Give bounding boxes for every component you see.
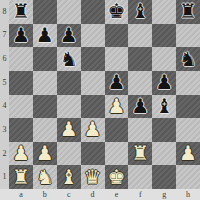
piece-white-pawn[interactable]: ♟ (36, 142, 54, 165)
square-b5[interactable] (33, 71, 57, 95)
square-g8[interactable] (152, 0, 176, 24)
square-b8[interactable] (33, 0, 57, 24)
square-a1[interactable]: ♜ (9, 165, 33, 189)
square-b6[interactable] (33, 47, 57, 71)
square-b3[interactable] (33, 118, 57, 142)
square-a5[interactable] (9, 71, 33, 95)
piece-white-pawn[interactable]: ♟ (179, 142, 197, 165)
square-h7[interactable] (176, 24, 200, 48)
square-d6[interactable] (81, 47, 105, 71)
square-a6[interactable] (9, 47, 33, 71)
corner-spacer (0, 189, 9, 200)
rank-label-6: 6 (0, 47, 9, 71)
square-g7[interactable] (152, 24, 176, 48)
square-e5[interactable]: ♟ (105, 71, 129, 95)
rank-label-2: 2 (0, 142, 9, 166)
rank-label-1: 1 (0, 165, 9, 189)
square-d5[interactable] (81, 71, 105, 95)
piece-black-pawn[interactable]: ♟ (107, 71, 125, 94)
rank-label-8: 8 (0, 0, 9, 24)
square-h4[interactable] (176, 95, 200, 119)
file-label-a: a (9, 189, 33, 200)
square-d8[interactable] (81, 0, 105, 24)
square-d1[interactable]: ♛ (81, 165, 105, 189)
file-label-b: b (33, 189, 57, 200)
board: ♜♚♝♜♟♟♟♞♞♟♟♟♟♝♟♟♟♟♜♟♜♞♝♛♚ (9, 0, 200, 189)
piece-white-king[interactable]: ♚ (107, 166, 125, 189)
piece-black-pawn[interactable]: ♟ (131, 95, 149, 118)
rank-label-4: 4 (0, 95, 9, 119)
square-g3[interactable] (152, 118, 176, 142)
square-f8[interactable]: ♝ (128, 0, 152, 24)
file-label-f: f (128, 189, 152, 200)
square-f5[interactable] (128, 71, 152, 95)
piece-black-bishop[interactable]: ♝ (131, 0, 149, 23)
square-a4[interactable] (9, 95, 33, 119)
square-c8[interactable] (57, 0, 81, 24)
square-b4[interactable] (33, 95, 57, 119)
square-h2[interactable]: ♟ (176, 142, 200, 166)
square-e8[interactable]: ♚ (105, 0, 129, 24)
piece-black-pawn[interactable]: ♟ (12, 24, 30, 47)
piece-white-queen[interactable]: ♛ (84, 166, 102, 189)
square-b1[interactable]: ♞ (33, 165, 57, 189)
square-d3[interactable]: ♟ (81, 118, 105, 142)
square-h5[interactable] (176, 71, 200, 95)
piece-black-king[interactable]: ♚ (107, 0, 125, 23)
square-a7[interactable]: ♟ (9, 24, 33, 48)
piece-black-rook[interactable]: ♜ (12, 0, 30, 23)
square-e6[interactable] (105, 47, 129, 71)
square-c5[interactable] (57, 71, 81, 95)
square-e2[interactable] (105, 142, 129, 166)
square-g1[interactable] (152, 165, 176, 189)
square-g2[interactable] (152, 142, 176, 166)
square-f2[interactable]: ♜ (128, 142, 152, 166)
piece-black-knight[interactable]: ♞ (179, 48, 197, 71)
piece-black-rook[interactable]: ♜ (179, 0, 197, 23)
piece-white-pawn[interactable]: ♟ (60, 118, 78, 141)
square-d2[interactable] (81, 142, 105, 166)
file-label-h: h (176, 189, 200, 200)
square-h1[interactable] (176, 165, 200, 189)
rank-labels: 8 7 6 5 4 3 2 1 (0, 0, 9, 189)
square-a3[interactable] (9, 118, 33, 142)
file-label-g: g (152, 189, 176, 200)
square-c7[interactable]: ♟ (57, 24, 81, 48)
square-e1[interactable]: ♚ (105, 165, 129, 189)
piece-black-bishop[interactable]: ♝ (155, 95, 173, 118)
piece-white-bishop[interactable]: ♝ (60, 166, 78, 189)
square-a2[interactable]: ♟ (9, 142, 33, 166)
square-b7[interactable]: ♟ (33, 24, 57, 48)
square-h6[interactable]: ♞ (176, 47, 200, 71)
square-c3[interactable]: ♟ (57, 118, 81, 142)
square-g4[interactable]: ♝ (152, 95, 176, 119)
piece-white-pawn[interactable]: ♟ (12, 142, 30, 165)
square-c1[interactable]: ♝ (57, 165, 81, 189)
square-f4[interactable]: ♟ (128, 95, 152, 119)
file-label-d: d (81, 189, 105, 200)
piece-black-pawn[interactable]: ♟ (36, 24, 54, 47)
piece-white-pawn[interactable]: ♟ (107, 95, 125, 118)
square-a8[interactable]: ♜ (9, 0, 33, 24)
file-label-c: c (57, 189, 81, 200)
rank-label-5: 5 (0, 71, 9, 95)
square-c4[interactable] (57, 95, 81, 119)
square-f6[interactable] (128, 47, 152, 71)
square-d4[interactable] (81, 95, 105, 119)
square-c2[interactable] (57, 142, 81, 166)
file-labels: a b c d e f g h (9, 189, 200, 200)
rank-label-7: 7 (0, 24, 9, 48)
square-e3[interactable] (105, 118, 129, 142)
square-g6[interactable] (152, 47, 176, 71)
square-d7[interactable] (81, 24, 105, 48)
file-label-e: e (105, 189, 129, 200)
square-h8[interactable]: ♜ (176, 0, 200, 24)
piece-black-pawn[interactable]: ♟ (60, 24, 78, 47)
piece-black-knight[interactable]: ♞ (60, 48, 78, 71)
square-f1[interactable] (128, 165, 152, 189)
piece-black-pawn[interactable]: ♟ (155, 71, 173, 94)
square-h3[interactable] (176, 118, 200, 142)
rank-label-3: 3 (0, 118, 9, 142)
square-c6[interactable]: ♞ (57, 47, 81, 71)
chess-board-window: 8 7 6 5 4 3 2 1 ♜♚♝♜♟♟♟♞♞♟♟♟♟♝♟♟♟♟♜♟♜♞♝♛… (0, 0, 200, 200)
piece-white-rook[interactable]: ♜ (131, 142, 149, 165)
square-f3[interactable] (128, 118, 152, 142)
square-e7[interactable] (105, 24, 129, 48)
square-b2[interactable]: ♟ (33, 142, 57, 166)
square-e4[interactable]: ♟ (105, 95, 129, 119)
piece-white-knight[interactable]: ♞ (36, 166, 54, 189)
piece-white-rook[interactable]: ♜ (12, 166, 30, 189)
square-f7[interactable] (128, 24, 152, 48)
piece-white-pawn[interactable]: ♟ (84, 118, 102, 141)
square-g5[interactable]: ♟ (152, 71, 176, 95)
